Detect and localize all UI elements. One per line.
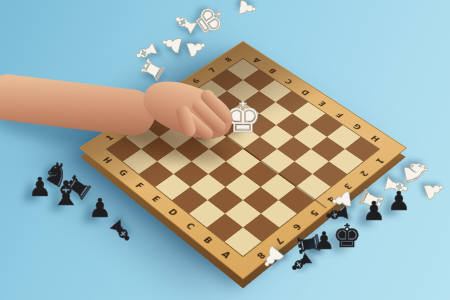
square-f5[interactable]: [260, 149, 294, 174]
square-e2[interactable]: [190, 174, 225, 200]
coord-bottom-G: G: [117, 169, 129, 178]
scattered-black-bishop-23[interactable]: ♝: [51, 176, 81, 210]
coord-bottom-A: A: [220, 250, 232, 260]
scattered-black-pawn-22[interactable]: ♟: [28, 174, 51, 200]
scattered-black-bishop-19[interactable]: ♝: [322, 199, 354, 229]
square-g5[interactable]: [278, 161, 313, 187]
square-f4[interactable]: [243, 161, 278, 187]
coord-bottom-E: E: [150, 195, 161, 203]
scattered-black-pawn-17[interactable]: ♟: [387, 188, 410, 214]
photo-stage: ABCDEFGHHGFEDCBA8765432112345678 ♚♟♚♝♟♟♝…: [0, 0, 450, 300]
square-e4[interactable]: [226, 149, 260, 174]
square-h2[interactable]: [243, 214, 279, 242]
scattered-white-pawn-6[interactable]: ♟: [234, 0, 259, 20]
square-f2[interactable]: [208, 187, 243, 214]
coord-right-6: 6: [290, 222, 302, 231]
square-g4[interactable]: [261, 174, 296, 200]
coord-right-1: 1: [373, 156, 384, 164]
square-h3[interactable]: [261, 200, 297, 227]
scattered-black-pawn-18[interactable]: ♟: [362, 198, 385, 224]
square-b1[interactable]: [123, 149, 157, 174]
coord-bottom-F: F: [134, 182, 145, 190]
square-h1[interactable]: [225, 227, 262, 256]
coord-right-5: 5: [307, 208, 318, 217]
square-h5[interactable]: [296, 174, 331, 200]
square-g6[interactable]: [295, 149, 329, 174]
square-h4[interactable]: [278, 187, 313, 214]
square-d2[interactable]: [174, 161, 209, 187]
square-e1[interactable]: [172, 187, 207, 214]
square-g2[interactable]: [225, 200, 261, 227]
scattered-black-pawn-16[interactable]: ♟: [313, 229, 335, 253]
square-c1[interactable]: [139, 161, 174, 187]
scattered-black-pawn-24[interactable]: ♟: [88, 195, 111, 221]
square-g3[interactable]: [243, 187, 278, 214]
square-g1[interactable]: [207, 214, 243, 242]
square-f3[interactable]: [225, 174, 260, 200]
coord-bottom-D: D: [167, 208, 179, 217]
square-f1[interactable]: [189, 200, 225, 227]
square-h7[interactable]: [329, 149, 363, 174]
coord-bottom-B: B: [202, 236, 214, 245]
square-e3[interactable]: [208, 161, 243, 187]
coord-right-2: 2: [357, 169, 368, 177]
coord-bottom-C: C: [184, 222, 196, 231]
coord-bottom-H: H: [101, 156, 113, 165]
square-d1[interactable]: [155, 174, 190, 200]
square-h6[interactable]: [312, 161, 347, 187]
